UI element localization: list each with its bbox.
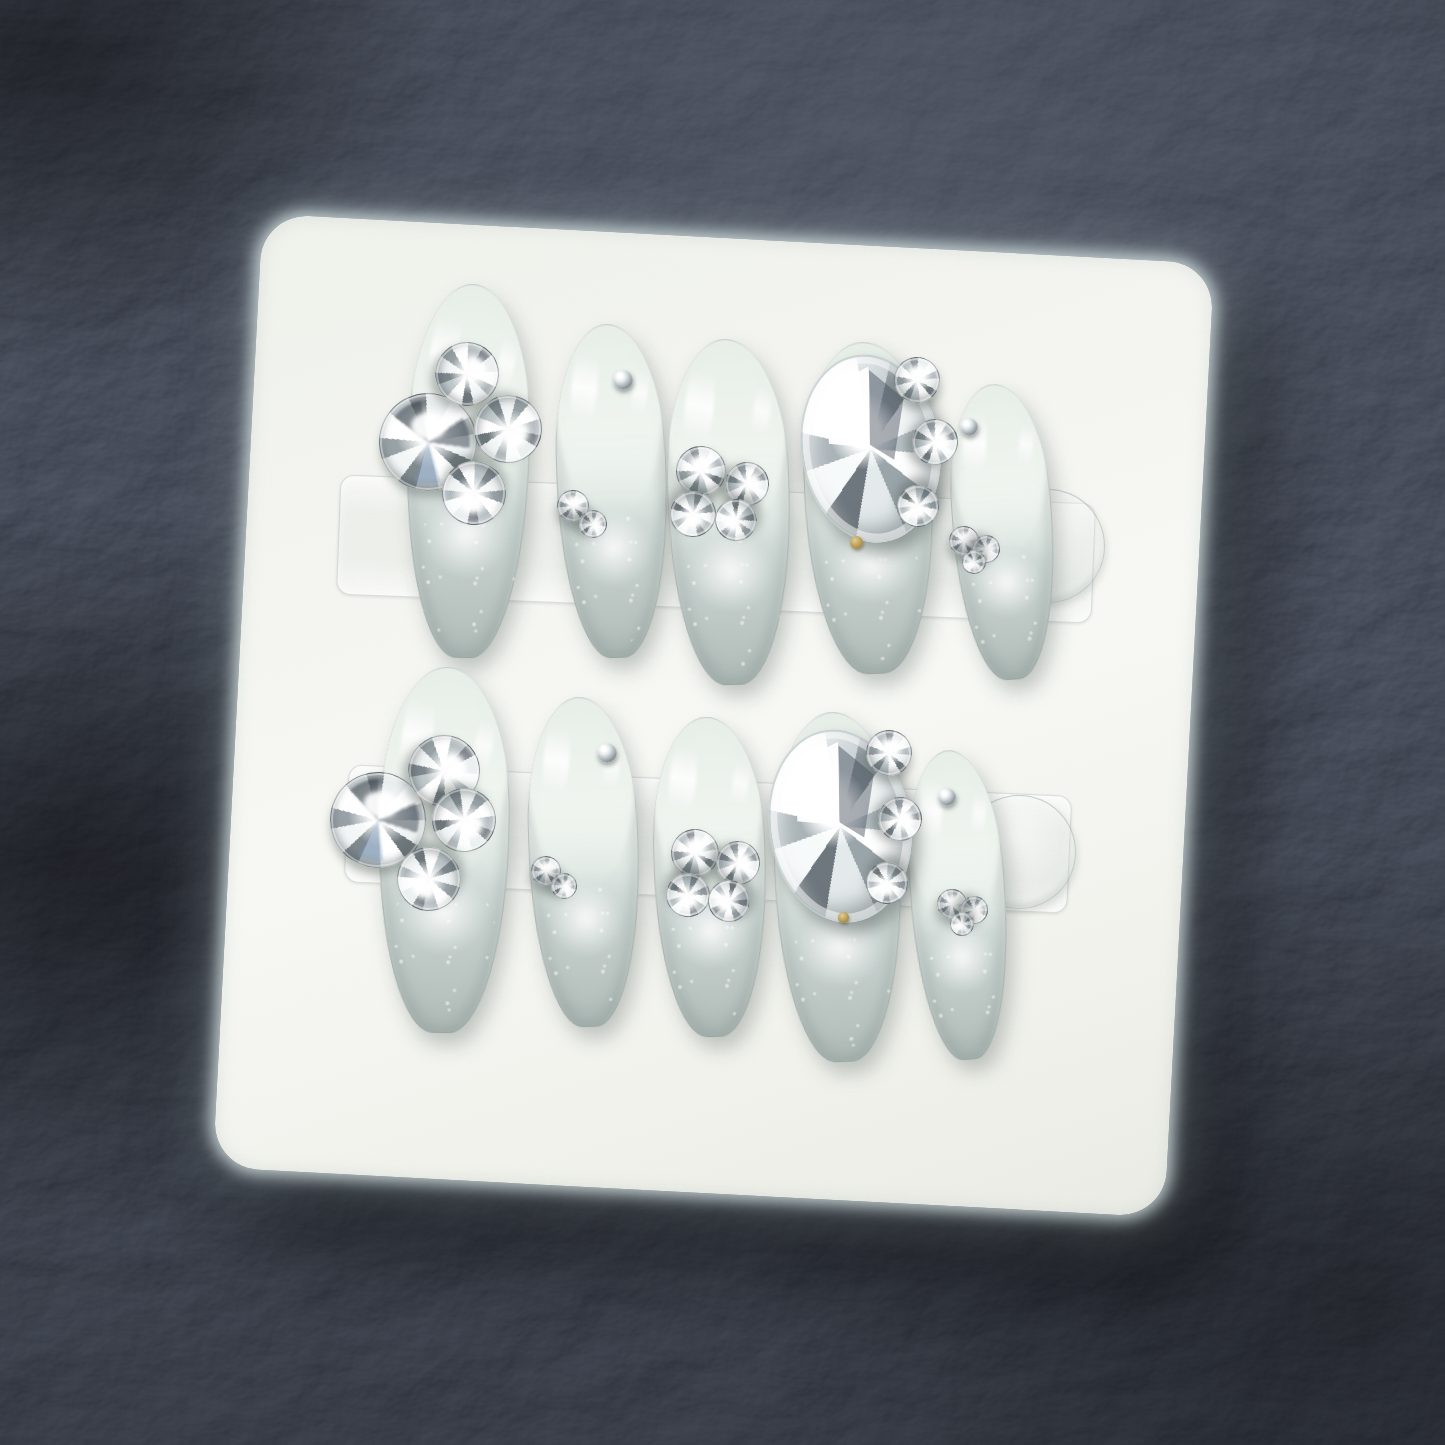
nail-overlay: [0, 0, 1445, 1445]
metal-stud: [613, 370, 633, 390]
photo-scene: [0, 0, 1445, 1445]
metal-stud: [960, 418, 978, 436]
glue-dot: [850, 536, 863, 549]
metal-stud: [938, 788, 956, 806]
metal-stud: [597, 743, 617, 763]
glue-dot: [838, 912, 849, 923]
